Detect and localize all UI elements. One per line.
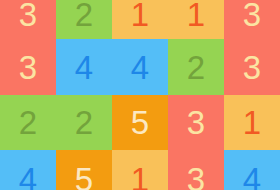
tile-r4c2[interactable]: 5 bbox=[56, 150, 112, 190]
tile-number: 3 bbox=[187, 163, 205, 191]
tile-number: 1 bbox=[131, 163, 149, 191]
tile-r1c4[interactable]: 1 bbox=[168, 0, 224, 39]
tile-r2c5[interactable]: 3 bbox=[224, 39, 280, 95]
tile-r3c4[interactable]: 3 bbox=[168, 95, 224, 150]
tile-r3c3[interactable]: 5 bbox=[112, 95, 168, 150]
tile-r4c5[interactable]: 4 bbox=[224, 150, 280, 190]
tile-number: 3 bbox=[187, 106, 205, 139]
tile-r1c3[interactable]: 1 bbox=[112, 0, 168, 39]
tile-number: 3 bbox=[243, 51, 261, 84]
tile-number: 4 bbox=[131, 51, 149, 84]
tile-number: 1 bbox=[131, 0, 149, 31]
tile-r1c2[interactable]: 2 bbox=[56, 0, 112, 39]
tile-r1c5[interactable]: 3 bbox=[224, 0, 280, 39]
tile-number: 3 bbox=[243, 0, 261, 31]
tile-number: 4 bbox=[243, 163, 261, 191]
tile-r4c4[interactable]: 3 bbox=[168, 150, 224, 190]
tile-r3c1[interactable]: 2 bbox=[0, 95, 56, 150]
tile-number: 2 bbox=[75, 0, 93, 31]
tile-number: 3 bbox=[19, 0, 37, 31]
tile-number: 3 bbox=[19, 51, 37, 84]
tile-number: 2 bbox=[75, 106, 93, 139]
tile-number: 2 bbox=[187, 51, 205, 84]
tile-number: 2 bbox=[19, 106, 37, 139]
tile-r2c1[interactable]: 3 bbox=[0, 39, 56, 95]
puzzle-board: 32113344232253145134 bbox=[0, 0, 280, 190]
tile-r3c5[interactable]: 1 bbox=[224, 95, 280, 150]
tile-number: 5 bbox=[131, 106, 149, 139]
tile-r2c4[interactable]: 2 bbox=[168, 39, 224, 95]
tile-r3c2[interactable]: 2 bbox=[56, 95, 112, 150]
tile-number: 1 bbox=[243, 106, 261, 139]
tile-number: 1 bbox=[187, 0, 205, 31]
tile-r4c1[interactable]: 4 bbox=[0, 150, 56, 190]
tile-number: 4 bbox=[19, 163, 37, 191]
tile-r2c2[interactable]: 4 bbox=[56, 39, 112, 95]
tile-number: 5 bbox=[75, 163, 93, 191]
tile-r2c3[interactable]: 4 bbox=[112, 39, 168, 95]
tile-r1c1[interactable]: 3 bbox=[0, 0, 56, 39]
tile-r4c3[interactable]: 1 bbox=[112, 150, 168, 190]
tile-number: 4 bbox=[75, 51, 93, 84]
